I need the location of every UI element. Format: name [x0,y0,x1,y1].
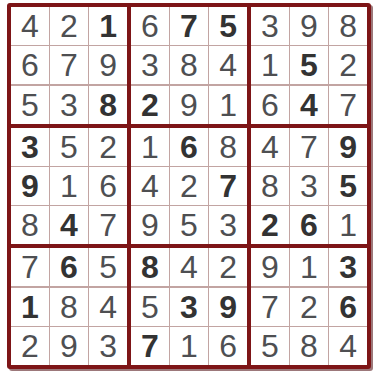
sudoku-cell-r5c1[interactable]: 9 [11,167,49,205]
sudoku-cell-r6c9[interactable]: 1 [329,206,367,244]
sudoku-cell-r8c6[interactable]: 9 [209,288,247,326]
sudoku-box-7: 765184293 [11,248,127,365]
sudoku-box-6: 479835261 [251,128,367,245]
sudoku-cell-r1c8[interactable]: 9 [290,7,328,45]
sudoku-box-3: 398152647 [251,7,367,124]
sudoku-cell-r8c5[interactable]: 3 [170,288,208,326]
sudoku-cell-r3c5[interactable]: 9 [170,86,208,124]
sudoku-cell-r2c8[interactable]: 5 [290,46,328,84]
sudoku-cell-r4c5[interactable]: 6 [170,128,208,166]
sudoku-cell-r8c7[interactable]: 7 [251,288,289,326]
sudoku-cell-r1c2[interactable]: 2 [50,7,88,45]
sudoku-cell-r5c6[interactable]: 7 [209,167,247,205]
sudoku-cell-r7c1[interactable]: 7 [11,248,49,286]
sudoku-box-9: 913726584 [251,248,367,365]
sudoku-cell-r6c2[interactable]: 4 [50,206,88,244]
sudoku-cell-r6c1[interactable]: 8 [11,206,49,244]
sudoku-cell-r7c8[interactable]: 1 [290,248,328,286]
sudoku-cell-r4c6[interactable]: 8 [209,128,247,166]
sudoku-box-5: 168427953 [131,128,247,245]
sudoku-cell-r3c3[interactable]: 8 [89,86,127,124]
sudoku-cell-r8c1[interactable]: 1 [11,288,49,326]
sudoku-cell-r6c6[interactable]: 3 [209,206,247,244]
sudoku-cell-r7c3[interactable]: 5 [89,248,127,286]
sudoku-cell-r8c9[interactable]: 6 [329,288,367,326]
sudoku-cell-r2c3[interactable]: 9 [89,46,127,84]
sudoku-cell-r2c4[interactable]: 3 [131,46,169,84]
sudoku-cell-r9c8[interactable]: 8 [290,327,328,365]
sudoku-cell-r6c7[interactable]: 2 [251,206,289,244]
sudoku-box-4: 352916847 [11,128,127,245]
sudoku-board: 4216795386753842913981526473529168471684… [7,3,371,369]
sudoku-cell-r3c4[interactable]: 2 [131,86,169,124]
sudoku-cell-r3c8[interactable]: 4 [290,86,328,124]
sudoku-cell-r1c1[interactable]: 4 [11,7,49,45]
sudoku-cell-r4c1[interactable]: 3 [11,128,49,166]
sudoku-cell-r6c8[interactable]: 6 [290,206,328,244]
sudoku-cell-r9c5[interactable]: 1 [170,327,208,365]
sudoku-cell-r4c9[interactable]: 9 [329,128,367,166]
sudoku-cell-r6c5[interactable]: 5 [170,206,208,244]
sudoku-cell-r9c3[interactable]: 3 [89,327,127,365]
sudoku-cell-r4c8[interactable]: 7 [290,128,328,166]
sudoku-cell-r2c1[interactable]: 6 [11,46,49,84]
sudoku-cell-r8c8[interactable]: 2 [290,288,328,326]
sudoku-cell-r2c9[interactable]: 2 [329,46,367,84]
sudoku-cell-r9c2[interactable]: 9 [50,327,88,365]
sudoku-cell-r3c7[interactable]: 6 [251,86,289,124]
sudoku-cell-r3c2[interactable]: 3 [50,86,88,124]
sudoku-cell-r5c8[interactable]: 3 [290,167,328,205]
sudoku-cell-r7c9[interactable]: 3 [329,248,367,286]
sudoku-cell-r3c1[interactable]: 5 [11,86,49,124]
sudoku-cell-r9c9[interactable]: 4 [329,327,367,365]
sudoku-cell-r6c3[interactable]: 7 [89,206,127,244]
sudoku-cell-r1c7[interactable]: 3 [251,7,289,45]
sudoku-cell-r3c9[interactable]: 7 [329,86,367,124]
sudoku-cell-r6c4[interactable]: 9 [131,206,169,244]
sudoku-cell-r1c5[interactable]: 7 [170,7,208,45]
sudoku-cell-r2c6[interactable]: 4 [209,46,247,84]
sudoku-cell-r4c4[interactable]: 1 [131,128,169,166]
sudoku-cell-r8c2[interactable]: 8 [50,288,88,326]
sudoku-cell-r9c6[interactable]: 6 [209,327,247,365]
sudoku-cell-r8c3[interactable]: 4 [89,288,127,326]
sudoku-cell-r4c7[interactable]: 4 [251,128,289,166]
sudoku-cell-r5c3[interactable]: 6 [89,167,127,205]
sudoku-cell-r9c4[interactable]: 7 [131,327,169,365]
sudoku-cell-r1c3[interactable]: 1 [89,7,127,45]
sudoku-cell-r1c4[interactable]: 6 [131,7,169,45]
sudoku-cell-r2c5[interactable]: 8 [170,46,208,84]
sudoku-box-8: 842539716 [131,248,247,365]
sudoku-cell-r7c5[interactable]: 4 [170,248,208,286]
sudoku-cell-r7c2[interactable]: 6 [50,248,88,286]
sudoku-cell-r8c4[interactable]: 5 [131,288,169,326]
sudoku-cell-r7c4[interactable]: 8 [131,248,169,286]
sudoku-cell-r9c7[interactable]: 5 [251,327,289,365]
sudoku-cell-r5c5[interactable]: 2 [170,167,208,205]
sudoku-cell-r1c6[interactable]: 5 [209,7,247,45]
sudoku-cell-r5c2[interactable]: 1 [50,167,88,205]
sudoku-cell-r5c7[interactable]: 8 [251,167,289,205]
sudoku-cell-r4c3[interactable]: 2 [89,128,127,166]
sudoku-cell-r3c6[interactable]: 1 [209,86,247,124]
sudoku-cell-r7c7[interactable]: 9 [251,248,289,286]
sudoku-cell-r5c9[interactable]: 5 [329,167,367,205]
sudoku-cell-r1c9[interactable]: 8 [329,7,367,45]
sudoku-cell-r9c1[interactable]: 2 [11,327,49,365]
sudoku-cell-r2c2[interactable]: 7 [50,46,88,84]
sudoku-box-1: 421679538 [11,7,127,124]
sudoku-cell-r7c6[interactable]: 2 [209,248,247,286]
sudoku-cell-r2c7[interactable]: 1 [251,46,289,84]
sudoku-cell-r5c4[interactable]: 4 [131,167,169,205]
sudoku-box-2: 675384291 [131,7,247,124]
sudoku-cell-r4c2[interactable]: 5 [50,128,88,166]
